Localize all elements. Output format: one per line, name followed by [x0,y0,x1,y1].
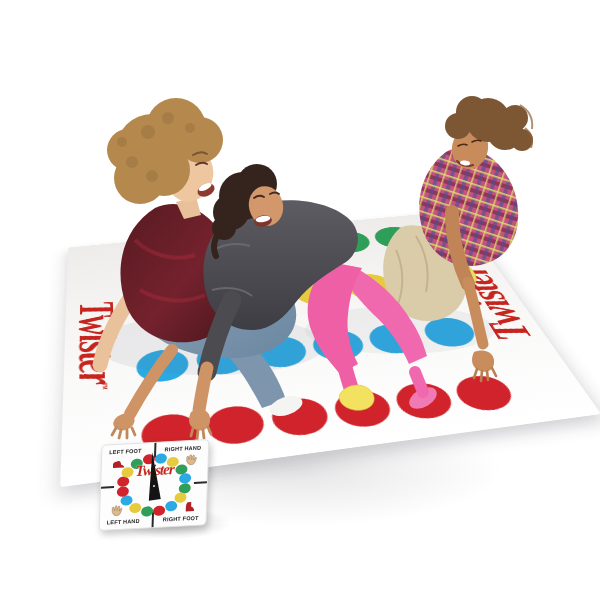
girl-right-hair [445,96,533,151]
boy-hair-texture [117,112,195,182]
boy-neck [176,197,201,219]
girl-center-mouth [253,214,273,228]
mat-dot-blue-1 [130,333,197,402]
boy-mouth [195,181,216,199]
mat-dot-yellow-1 [127,281,188,339]
boy-eye [196,163,207,165]
girl-center-face [245,182,288,229]
girl-center-teeth [255,215,271,224]
ponytail-wisps [520,105,532,148]
twister-scene: Twister™ Twister™ [0,0,600,600]
girl-right-smile [457,161,473,166]
spinner-card: Twister LEFT FOOT RIGHT HAND LEFT HAND R… [99,439,210,531]
boy-teeth [197,181,212,192]
spinner-arrow[interactable] [100,440,209,530]
girl-center-eyes [254,193,279,199]
girl-right-eyes [458,140,481,146]
girl-right-face [448,124,492,173]
mat-dot-green-1 [124,238,180,287]
trademark-mark: ™ [97,382,110,390]
boy-face [160,143,219,208]
boy-brow [193,152,207,155]
boy-hair [107,98,223,204]
girl-right-teeth [460,160,471,166]
trademark-mark: ™ [456,262,469,268]
mat-logo-left-text: Twister™ [66,298,132,394]
